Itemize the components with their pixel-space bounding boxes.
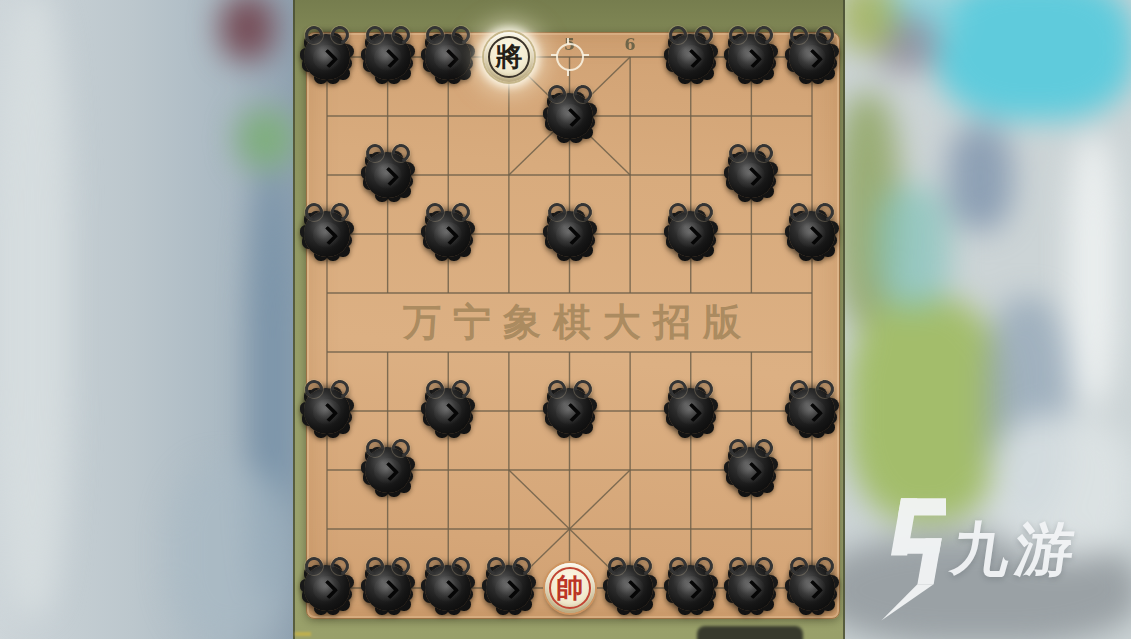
black-fuzzy-piece[interactable] — [547, 211, 593, 257]
black-fuzzy-piece[interactable] — [728, 447, 774, 493]
fuzz-face — [313, 576, 341, 602]
background-blobs — [0, 0, 293, 639]
fuzz-face — [737, 576, 765, 602]
black-fuzzy-piece[interactable] — [365, 152, 411, 198]
black-fuzzy-piece[interactable] — [668, 565, 714, 611]
file-label-6: 6 — [625, 35, 636, 54]
black-fuzzy-piece[interactable] — [728, 565, 774, 611]
red-general-piece[interactable]: 帥 — [545, 563, 595, 613]
fuzz-face — [374, 576, 402, 602]
bg-blob — [220, 0, 275, 60]
bg-blob — [935, 0, 1131, 120]
black-fuzzy-piece[interactable] — [668, 34, 714, 80]
fuzz-face — [374, 45, 402, 71]
black-fuzzy-piece[interactable] — [547, 388, 593, 434]
jiuyou-watermark: 九游 — [860, 490, 1128, 622]
black-fuzzy-piece[interactable] — [365, 565, 411, 611]
black-fuzzy-piece[interactable] — [304, 565, 350, 611]
black-fuzzy-piece[interactable] — [668, 211, 714, 257]
black-fuzzy-piece[interactable] — [304, 211, 350, 257]
fuzz-face — [434, 45, 462, 71]
fuzz-face — [677, 576, 705, 602]
fuzz-face — [434, 576, 462, 602]
fuzz-face — [313, 222, 341, 248]
piece-character: 帥 — [545, 563, 595, 613]
fuzz-face — [556, 104, 584, 130]
black-fuzzy-piece[interactable] — [728, 34, 774, 80]
bg-blob — [1068, 135, 1118, 405]
bottom-dark-object — [697, 626, 803, 639]
fuzz-face — [798, 576, 826, 602]
fuzz-face — [677, 222, 705, 248]
bg-blob — [845, 0, 896, 52]
blurred-background-left — [0, 0, 293, 639]
black-fuzzy-piece[interactable] — [789, 211, 835, 257]
black-fuzzy-piece[interactable] — [607, 565, 653, 611]
black-fuzzy-piece[interactable] — [789, 34, 835, 80]
black-fuzzy-piece[interactable] — [304, 388, 350, 434]
black-fuzzy-piece[interactable] — [365, 34, 411, 80]
jiuyou-logo-icon — [860, 492, 946, 622]
fuzz-face — [737, 45, 765, 71]
bottom-yellow-mark — [295, 632, 311, 636]
black-fuzzy-piece[interactable] — [304, 34, 350, 80]
fuzz-face — [616, 576, 644, 602]
bg-blob — [875, 185, 950, 310]
black-fuzzy-piece[interactable] — [789, 565, 835, 611]
fuzz-face — [434, 399, 462, 425]
fuzz-face — [434, 222, 462, 248]
screenshot-root: 万宁象棋大招版 56 將帥 九游 — [0, 0, 1131, 639]
fuzz-face — [374, 163, 402, 189]
piece-character: 將 — [484, 32, 534, 82]
black-fuzzy-piece[interactable] — [668, 388, 714, 434]
black-fuzzy-piece[interactable] — [425, 388, 471, 434]
fuzz-face — [798, 45, 826, 71]
fuzz-face — [495, 576, 523, 602]
last-move-marker — [556, 43, 584, 71]
game-screen: 万宁象棋大招版 56 將帥 — [293, 0, 845, 639]
fuzz-face — [677, 399, 705, 425]
black-fuzzy-piece[interactable] — [425, 565, 471, 611]
fuzz-face — [313, 45, 341, 71]
river-text: 万宁象棋大招版 — [306, 303, 838, 341]
black-fuzzy-piece[interactable] — [425, 34, 471, 80]
fuzz-face — [556, 222, 584, 248]
black-fuzzy-piece[interactable] — [547, 93, 593, 139]
bg-blob — [170, 465, 290, 639]
black-fuzzy-piece[interactable] — [365, 447, 411, 493]
jiuyou-logo-text: 九游 — [948, 520, 1084, 578]
fuzz-face — [798, 222, 826, 248]
fuzz-face — [556, 399, 584, 425]
bg-blob — [948, 125, 1013, 230]
black-fuzzy-piece[interactable] — [728, 152, 774, 198]
fuzz-face — [313, 399, 341, 425]
fuzz-face — [737, 458, 765, 484]
black-fuzzy-piece[interactable] — [425, 211, 471, 257]
fuzz-face — [798, 399, 826, 425]
black-fuzzy-piece[interactable] — [789, 388, 835, 434]
fuzz-face — [677, 45, 705, 71]
bg-blob — [0, 0, 70, 615]
black-general-piece[interactable]: 將 — [484, 32, 534, 82]
bg-blob — [848, 297, 1003, 522]
fuzz-face — [374, 458, 402, 484]
fuzz-face — [737, 163, 765, 189]
bg-blob — [237, 110, 293, 168]
black-fuzzy-piece[interactable] — [486, 565, 532, 611]
